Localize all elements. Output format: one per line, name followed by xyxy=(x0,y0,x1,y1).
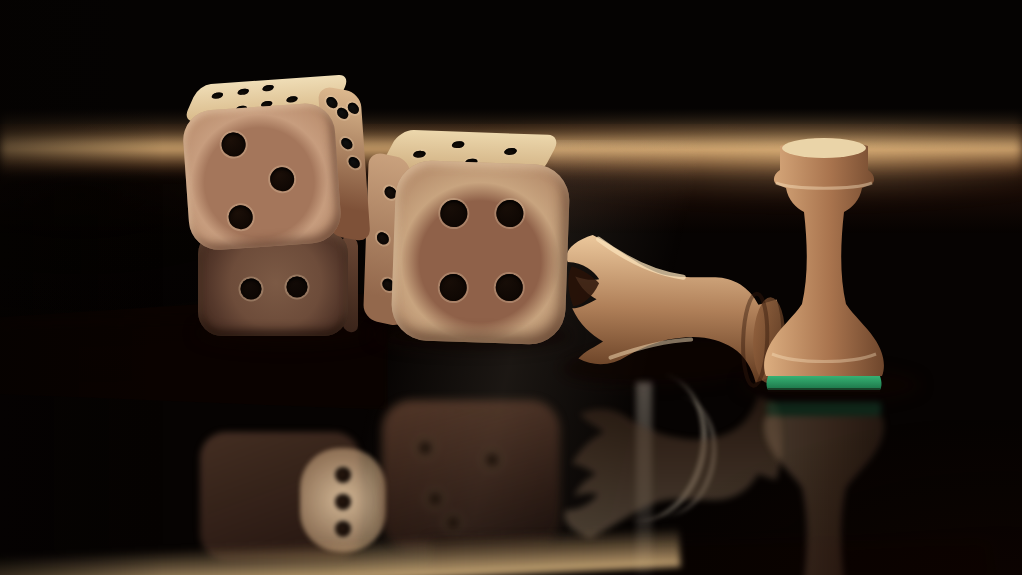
photo-scene xyxy=(0,0,1022,575)
left-vignette xyxy=(0,0,1022,575)
